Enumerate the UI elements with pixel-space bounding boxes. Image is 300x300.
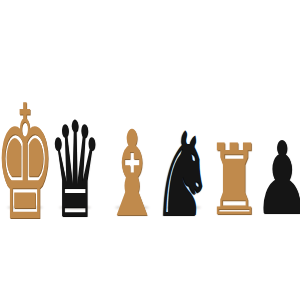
piece-pawn-black: ♟	[254, 129, 300, 229]
piece-knight-black: ♞	[153, 117, 213, 233]
piece-king-light-wood: ♚	[0, 84, 55, 242]
piece-rook-light-wood: ♜	[207, 131, 261, 229]
chess-pieces-product-photo: ♚ ♛ ♝ ♞ ♜ ♟	[0, 0, 300, 300]
piece-queen-black: ♛	[48, 104, 101, 236]
